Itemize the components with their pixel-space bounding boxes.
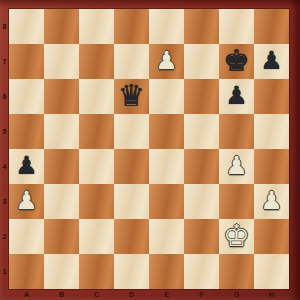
square-d8[interactable] (114, 9, 149, 44)
square-h8[interactable] (254, 9, 289, 44)
square-h1[interactable] (254, 254, 289, 289)
square-f6[interactable] (184, 79, 219, 114)
square-a2[interactable] (9, 219, 44, 254)
file-labels: ABCDEFGH (9, 288, 289, 300)
white-king[interactable]: ♚ (223, 221, 250, 251)
board: ♟♚♟♛♟♟♟♟♟♚ (9, 9, 289, 289)
square-c5[interactable] (79, 114, 114, 149)
square-c7[interactable] (79, 44, 114, 79)
square-b1[interactable] (44, 254, 79, 289)
rank-label-6: 6 (0, 79, 9, 114)
square-g1[interactable] (219, 254, 254, 289)
white-pawn[interactable]: ♟ (15, 188, 37, 213)
rank-label-1: 1 (0, 254, 9, 289)
square-g5[interactable] (219, 114, 254, 149)
square-h2[interactable] (254, 219, 289, 254)
square-d6[interactable]: ♛ (114, 79, 149, 114)
square-e6[interactable] (149, 79, 184, 114)
file-label-d: D (114, 288, 149, 300)
square-g2[interactable]: ♚ (219, 219, 254, 254)
square-d4[interactable] (114, 149, 149, 184)
square-g4[interactable]: ♟ (219, 149, 254, 184)
square-d2[interactable] (114, 219, 149, 254)
black-king[interactable]: ♚ (223, 46, 250, 76)
square-c4[interactable] (79, 149, 114, 184)
square-c1[interactable] (79, 254, 114, 289)
square-e8[interactable] (149, 9, 184, 44)
square-e2[interactable] (149, 219, 184, 254)
square-b7[interactable] (44, 44, 79, 79)
square-a1[interactable] (9, 254, 44, 289)
rank-label-2: 2 (0, 219, 9, 254)
square-h7[interactable]: ♟ (254, 44, 289, 79)
square-h6[interactable] (254, 79, 289, 114)
rank-labels: 87654321 (0, 9, 9, 289)
square-d1[interactable] (114, 254, 149, 289)
square-c8[interactable] (79, 9, 114, 44)
rank-label-7: 7 (0, 44, 9, 79)
square-a3[interactable]: ♟ (9, 184, 44, 219)
white-pawn[interactable]: ♟ (155, 48, 177, 73)
square-f4[interactable] (184, 149, 219, 184)
square-e4[interactable] (149, 149, 184, 184)
square-e7[interactable]: ♟ (149, 44, 184, 79)
rank-label-4: 4 (0, 149, 9, 184)
file-label-e: E (149, 288, 184, 300)
white-pawn[interactable]: ♟ (260, 188, 282, 213)
file-label-g: G (219, 288, 254, 300)
rank-label-5: 5 (0, 114, 9, 149)
square-e3[interactable] (149, 184, 184, 219)
square-a6[interactable] (9, 79, 44, 114)
square-a4[interactable]: ♟ (9, 149, 44, 184)
square-d7[interactable] (114, 44, 149, 79)
square-c3[interactable] (79, 184, 114, 219)
square-h4[interactable] (254, 149, 289, 184)
square-g7[interactable]: ♚ (219, 44, 254, 79)
square-a5[interactable] (9, 114, 44, 149)
file-label-f: F (184, 288, 219, 300)
square-g8[interactable] (219, 9, 254, 44)
file-label-h: H (254, 288, 289, 300)
square-b3[interactable] (44, 184, 79, 219)
square-f2[interactable] (184, 219, 219, 254)
square-b2[interactable] (44, 219, 79, 254)
black-pawn[interactable]: ♟ (15, 153, 37, 178)
rank-label-3: 3 (0, 184, 9, 219)
square-f5[interactable] (184, 114, 219, 149)
square-d5[interactable] (114, 114, 149, 149)
square-h3[interactable]: ♟ (254, 184, 289, 219)
file-label-c: C (79, 288, 114, 300)
square-f1[interactable] (184, 254, 219, 289)
black-queen[interactable]: ♛ (118, 81, 145, 111)
black-pawn[interactable]: ♟ (225, 83, 247, 108)
square-g3[interactable] (219, 184, 254, 219)
file-label-b: B (44, 288, 79, 300)
square-f7[interactable] (184, 44, 219, 79)
square-d3[interactable] (114, 184, 149, 219)
square-f3[interactable] (184, 184, 219, 219)
square-g6[interactable]: ♟ (219, 79, 254, 114)
square-b5[interactable] (44, 114, 79, 149)
square-h5[interactable] (254, 114, 289, 149)
file-label-a: A (9, 288, 44, 300)
square-b8[interactable] (44, 9, 79, 44)
square-a7[interactable] (9, 44, 44, 79)
chess-board-frame: 87654321 ♟♚♟♛♟♟♟♟♟♚ ABCDEFGH (0, 0, 300, 300)
square-a8[interactable] (9, 9, 44, 44)
white-pawn[interactable]: ♟ (225, 153, 247, 178)
square-b6[interactable] (44, 79, 79, 114)
square-e5[interactable] (149, 114, 184, 149)
square-c6[interactable] (79, 79, 114, 114)
square-e1[interactable] (149, 254, 184, 289)
square-c2[interactable] (79, 219, 114, 254)
black-pawn[interactable]: ♟ (260, 48, 282, 73)
square-b4[interactable] (44, 149, 79, 184)
square-f8[interactable] (184, 9, 219, 44)
rank-label-8: 8 (0, 9, 9, 44)
